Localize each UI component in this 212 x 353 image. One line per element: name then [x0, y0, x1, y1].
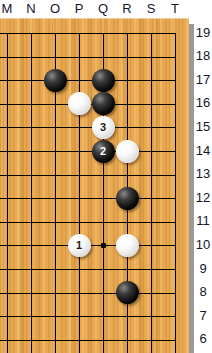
go-board[interactable]: [0, 18, 189, 353]
column-label-T: T: [163, 1, 187, 17]
stone-white-Q15[interactable]: 3: [92, 116, 115, 139]
stone-white-P10[interactable]: 1: [68, 234, 91, 257]
stone-black-Q14[interactable]: 2: [92, 140, 115, 163]
grid-line-h-6: [0, 340, 176, 341]
row-label-16: 16: [194, 95, 212, 111]
grid-line-v-P: [79, 33, 80, 353]
column-label-P: P: [67, 1, 91, 17]
grid-line-h-8: [0, 293, 176, 294]
row-label-7: 7: [194, 308, 212, 324]
star-point-Q10: [101, 243, 106, 248]
row-label-11: 11: [194, 213, 212, 229]
grid-line-h-18: [0, 57, 176, 58]
stone-black-Q17[interactable]: [92, 69, 115, 92]
row-label-6: 6: [194, 331, 212, 347]
stone-white-P16[interactable]: [68, 92, 91, 115]
stone-black-R8[interactable]: [116, 281, 139, 304]
grid-line-v-T: [175, 33, 176, 353]
row-label-12: 12: [194, 190, 212, 206]
move-number-label: 1: [68, 234, 91, 257]
row-label-13: 13: [194, 166, 212, 182]
row-label-18: 18: [194, 48, 212, 64]
stone-white-R10[interactable]: [116, 234, 139, 257]
column-label-N: N: [19, 1, 43, 17]
grid-line-h-15: [0, 127, 176, 128]
row-label-15: 15: [194, 119, 212, 135]
row-label-8: 8: [194, 284, 212, 300]
grid-line-h-14: [0, 151, 176, 152]
row-label-9: 9: [194, 261, 212, 277]
move-number-label: 3: [92, 116, 115, 139]
move-number-label: 2: [92, 140, 115, 163]
grid-line-h-12: [0, 198, 176, 199]
row-label-14: 14: [194, 143, 212, 159]
grid-line-h-19: [0, 33, 176, 34]
stone-black-O17[interactable]: [44, 69, 67, 92]
row-label-17: 17: [194, 72, 212, 88]
row-label-10: 10: [194, 237, 212, 253]
stone-white-R14[interactable]: [116, 140, 139, 163]
row-label-19: 19: [194, 25, 212, 41]
grid-line-h-11: [0, 222, 176, 223]
column-label-Q: Q: [91, 1, 115, 17]
grid-line-h-13: [0, 175, 176, 176]
grid-line-v-N: [31, 33, 32, 353]
grid-line-h-17: [0, 80, 176, 81]
column-label-S: S: [139, 1, 163, 17]
grid-line-v-M: [7, 33, 8, 353]
column-label-O: O: [43, 1, 67, 17]
grid-line-h-7: [0, 316, 176, 317]
go-diagram: MNOPQRST 231 191817161514131211109876: [0, 0, 212, 353]
grid-line-v-S: [151, 33, 152, 353]
column-label-M: M: [0, 1, 19, 17]
column-label-R: R: [115, 1, 139, 17]
grid-line-h-9: [0, 269, 176, 270]
stone-black-R12[interactable]: [116, 187, 139, 210]
stone-black-Q16[interactable]: [92, 92, 115, 115]
